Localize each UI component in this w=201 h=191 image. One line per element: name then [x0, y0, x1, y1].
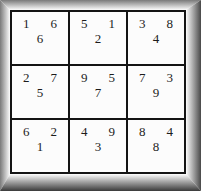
cell-r2c2[interactable]: 9 5 7	[70, 66, 126, 118]
cell-number: 6	[23, 124, 30, 139]
cell-top-pair: 2 7	[23, 70, 57, 85]
cell-r2c1[interactable]: 2 7 5	[12, 66, 68, 118]
cell-number: 5	[81, 16, 88, 31]
cell-top-pair: 9 5	[81, 70, 115, 85]
cell-r3c2[interactable]: 4 9 3	[70, 120, 126, 172]
cell-top-pair: 6 2	[23, 124, 57, 139]
cell-number: 1	[23, 16, 30, 31]
frame-bevel-top	[0, 0, 201, 10]
cell-bottom-number: 9	[153, 85, 160, 100]
cell-number: 1	[109, 16, 116, 31]
cell-r1c3[interactable]: 3 8 4	[128, 12, 184, 64]
cell-number: 3	[167, 70, 174, 85]
cell-r2c3[interactable]: 7 3 9	[128, 66, 184, 118]
cell-bottom-number: 1	[37, 139, 44, 154]
cell-top-pair: 3 8	[139, 16, 173, 31]
cell-bottom-number: 3	[95, 139, 102, 154]
cell-number: 9	[81, 70, 88, 85]
cell-number: 2	[23, 70, 30, 85]
cell-bottom-number: 8	[153, 139, 160, 154]
cell-number: 4	[81, 124, 88, 139]
cell-top-pair: 4 9	[81, 124, 115, 139]
cell-r1c1[interactable]: 1 6 6	[12, 12, 68, 64]
cell-number: 2	[51, 124, 58, 139]
cell-number: 8	[139, 124, 146, 139]
cell-top-pair: 1 6	[23, 16, 57, 31]
puzzle-board: 1 6 6 5 1 2 3 8 4 2 7 5	[10, 10, 186, 174]
cell-number: 7	[51, 70, 58, 85]
cell-top-pair: 7 3	[139, 70, 173, 85]
cell-bottom-number: 6	[37, 31, 44, 46]
cell-r3c3[interactable]: 8 4 8	[128, 120, 184, 172]
puzzle-window: 1 6 6 5 1 2 3 8 4 2 7 5	[0, 0, 201, 191]
cell-number: 5	[109, 70, 116, 85]
cell-number: 8	[167, 16, 174, 31]
cell-r3c1[interactable]: 6 2 1	[12, 120, 68, 172]
cell-bottom-number: 4	[153, 31, 160, 46]
cell-bottom-number: 5	[37, 85, 44, 100]
cell-r1c2[interactable]: 5 1 2	[70, 12, 126, 64]
cell-bottom-number: 2	[95, 31, 102, 46]
cell-number: 3	[139, 16, 146, 31]
frame-bevel-left	[0, 0, 10, 191]
cell-bottom-number: 7	[95, 85, 102, 100]
cell-number: 6	[51, 16, 58, 31]
cell-number: 9	[109, 124, 116, 139]
cell-number: 4	[167, 124, 174, 139]
frame-bevel-bottom	[0, 174, 201, 191]
cell-top-pair: 8 4	[139, 124, 173, 139]
cell-number: 7	[139, 70, 146, 85]
frame-bevel-right	[186, 0, 201, 191]
cell-top-pair: 5 1	[81, 16, 115, 31]
